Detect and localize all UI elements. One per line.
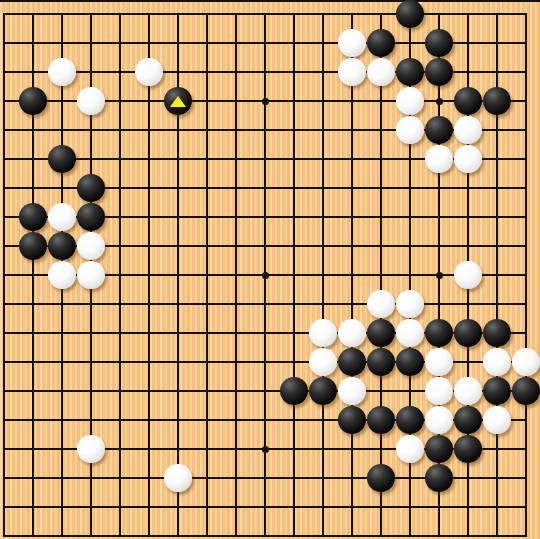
white-stone xyxy=(77,232,105,260)
black-stone xyxy=(280,377,308,405)
black-stone xyxy=(19,232,47,260)
black-stone xyxy=(483,377,511,405)
star-point xyxy=(436,272,443,279)
black-stone xyxy=(367,319,395,347)
grid-line-v xyxy=(322,13,324,537)
white-stone xyxy=(425,406,453,434)
black-stone xyxy=(425,116,453,144)
black-stone xyxy=(483,87,511,115)
star-point xyxy=(262,98,269,105)
black-stone xyxy=(425,58,453,86)
white-stone xyxy=(77,261,105,289)
black-stone xyxy=(164,87,192,115)
black-stone xyxy=(77,174,105,202)
white-stone xyxy=(454,377,482,405)
white-stone xyxy=(396,435,424,463)
white-stone xyxy=(164,464,192,492)
black-stone xyxy=(425,435,453,463)
black-stone xyxy=(48,145,76,173)
black-stone xyxy=(309,377,337,405)
white-stone xyxy=(454,261,482,289)
black-stone xyxy=(454,435,482,463)
black-stone xyxy=(425,464,453,492)
black-stone xyxy=(454,319,482,347)
star-point xyxy=(436,98,443,105)
white-stone xyxy=(367,58,395,86)
black-stone xyxy=(396,406,424,434)
black-stone xyxy=(425,29,453,57)
black-stone xyxy=(483,319,511,347)
white-stone xyxy=(77,435,105,463)
black-stone xyxy=(396,0,424,28)
black-stone xyxy=(77,203,105,231)
star-point xyxy=(262,272,269,279)
white-stone xyxy=(48,58,76,86)
white-stone xyxy=(309,319,337,347)
white-stone xyxy=(338,29,366,57)
black-stone xyxy=(338,348,366,376)
grid-line-v xyxy=(293,13,295,537)
go-board[interactable] xyxy=(0,0,540,539)
black-stone xyxy=(338,406,366,434)
grid-line-v xyxy=(235,13,237,537)
white-stone xyxy=(483,348,511,376)
white-stone xyxy=(48,203,76,231)
white-stone xyxy=(396,87,424,115)
white-stone xyxy=(396,319,424,347)
white-stone xyxy=(338,58,366,86)
black-stone xyxy=(425,319,453,347)
star-point xyxy=(262,446,269,453)
white-stone xyxy=(135,58,163,86)
white-stone xyxy=(396,116,424,144)
white-stone xyxy=(425,348,453,376)
grid-line-v xyxy=(525,13,527,537)
last-move-marker xyxy=(170,96,186,107)
white-stone xyxy=(512,348,540,376)
grid-line-v xyxy=(351,13,353,537)
white-stone xyxy=(77,87,105,115)
white-stone xyxy=(454,116,482,144)
white-stone xyxy=(48,261,76,289)
black-stone xyxy=(396,348,424,376)
white-stone xyxy=(425,377,453,405)
black-stone xyxy=(454,406,482,434)
black-stone xyxy=(48,232,76,260)
black-stone xyxy=(367,29,395,57)
grid-line-v xyxy=(206,13,208,537)
black-stone xyxy=(512,377,540,405)
black-stone xyxy=(19,203,47,231)
black-stone xyxy=(19,87,47,115)
board-top-edge xyxy=(0,0,540,2)
black-stone xyxy=(396,58,424,86)
black-stone xyxy=(367,348,395,376)
white-stone xyxy=(425,145,453,173)
white-stone xyxy=(309,348,337,376)
black-stone xyxy=(367,406,395,434)
white-stone xyxy=(338,319,366,347)
grid-line-v xyxy=(119,13,121,537)
grid-line-v xyxy=(148,13,150,537)
white-stone xyxy=(338,377,366,405)
white-stone xyxy=(367,290,395,318)
white-stone xyxy=(454,145,482,173)
black-stone xyxy=(367,464,395,492)
grid-line-v xyxy=(380,13,382,537)
black-stone xyxy=(454,87,482,115)
grid-line-v xyxy=(3,13,5,537)
white-stone xyxy=(396,290,424,318)
white-stone xyxy=(483,406,511,434)
